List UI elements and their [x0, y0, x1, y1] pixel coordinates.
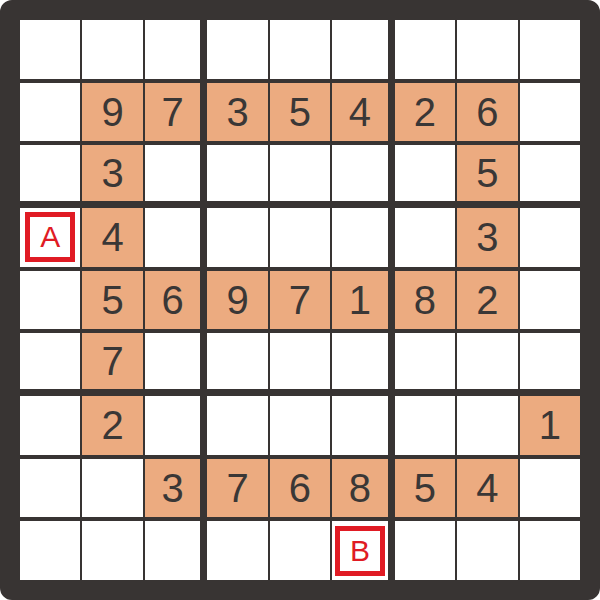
cell-r9c4[interactable] — [207, 521, 267, 580]
cell-r8c4[interactable]: 7 — [207, 459, 267, 518]
given-digit: 2 — [414, 92, 436, 132]
given-digit: 3 — [226, 92, 248, 132]
given-digit: 2 — [476, 280, 498, 320]
cell-r3c9[interactable] — [520, 145, 580, 204]
cell-r3c5[interactable] — [270, 145, 330, 204]
cell-r9c3[interactable] — [145, 521, 205, 580]
cell-r7c8[interactable] — [457, 396, 517, 455]
cell-r6c3[interactable] — [145, 333, 205, 392]
cell-r8c8[interactable]: 4 — [457, 459, 517, 518]
cell-r2c4[interactable]: 3 — [207, 83, 267, 142]
given-digit: 5 — [414, 468, 436, 508]
cell-r1c1[interactable] — [20, 20, 80, 79]
cell-r3c6[interactable] — [332, 145, 392, 204]
cell-r5c4[interactable]: 9 — [207, 271, 267, 330]
given-digit: 4 — [102, 217, 124, 257]
cell-r8c5[interactable]: 6 — [270, 459, 330, 518]
given-digit: 4 — [476, 468, 498, 508]
cell-r4c7[interactable] — [395, 208, 455, 267]
given-digit: 8 — [349, 468, 371, 508]
cell-r3c4[interactable] — [207, 145, 267, 204]
cell-r1c9[interactable] — [520, 20, 580, 79]
cell-r1c8[interactable] — [457, 20, 517, 79]
cell-r4c3[interactable] — [145, 208, 205, 267]
given-digit: 6 — [289, 468, 311, 508]
cell-r5c9[interactable] — [520, 271, 580, 330]
cell-r3c3[interactable] — [145, 145, 205, 204]
cell-r7c2[interactable]: 2 — [82, 396, 142, 455]
cell-r5c6[interactable]: 1 — [332, 271, 392, 330]
given-digit: 4 — [349, 92, 371, 132]
given-digit: 1 — [349, 280, 371, 320]
marker-b-label: B — [350, 536, 370, 566]
cell-r8c3[interactable]: 3 — [145, 459, 205, 518]
cell-r8c2[interactable] — [82, 459, 142, 518]
cell-r3c2[interactable]: 3 — [82, 145, 142, 204]
cell-r6c1[interactable] — [20, 333, 80, 392]
sudoku-board: 973542635A435697182721376854B — [20, 20, 580, 580]
cell-r4c2[interactable]: 4 — [82, 208, 142, 267]
cell-r6c6[interactable] — [332, 333, 392, 392]
cell-r5c2[interactable]: 5 — [82, 271, 142, 330]
given-digit: 5 — [289, 92, 311, 132]
cell-r3c1[interactable] — [20, 145, 80, 204]
cell-r1c5[interactable] — [270, 20, 330, 79]
cell-r9c8[interactable] — [457, 521, 517, 580]
cell-r6c8[interactable] — [457, 333, 517, 392]
cell-r2c1[interactable] — [20, 83, 80, 142]
given-digit: 6 — [476, 92, 498, 132]
cell-r7c3[interactable] — [145, 396, 205, 455]
cell-r9c1[interactable] — [20, 521, 80, 580]
cell-r4c8[interactable]: 3 — [457, 208, 517, 267]
cell-r4c4[interactable] — [207, 208, 267, 267]
given-digit: 9 — [102, 92, 124, 132]
cell-r1c2[interactable] — [82, 20, 142, 79]
given-digit: 3 — [476, 217, 498, 257]
cell-r8c6[interactable]: 8 — [332, 459, 392, 518]
cell-r7c7[interactable] — [395, 396, 455, 455]
cell-r5c7[interactable]: 8 — [395, 271, 455, 330]
cell-r2c7[interactable]: 2 — [395, 83, 455, 142]
cell-r7c6[interactable] — [332, 396, 392, 455]
cell-r6c7[interactable] — [395, 333, 455, 392]
given-digit: 6 — [161, 280, 183, 320]
marker-b-box: B — [335, 526, 385, 576]
cell-r7c4[interactable] — [207, 396, 267, 455]
cell-r9c5[interactable] — [270, 521, 330, 580]
given-digit: 3 — [161, 468, 183, 508]
cell-r2c5[interactable]: 5 — [270, 83, 330, 142]
given-digit: 8 — [414, 280, 436, 320]
cell-r1c4[interactable] — [207, 20, 267, 79]
given-digit: 7 — [289, 280, 311, 320]
cell-r9c6[interactable]: B — [332, 521, 392, 580]
cell-r7c5[interactable] — [270, 396, 330, 455]
cell-r7c1[interactable] — [20, 396, 80, 455]
given-digit: 5 — [102, 280, 124, 320]
sudoku-screenshot: 973542635A435697182721376854B — [0, 0, 600, 600]
cell-r6c4[interactable] — [207, 333, 267, 392]
cell-r5c5[interactable]: 7 — [270, 271, 330, 330]
cell-r2c2[interactable]: 9 — [82, 83, 142, 142]
cell-r5c8[interactable]: 2 — [457, 271, 517, 330]
cell-r1c3[interactable] — [145, 20, 205, 79]
given-digit: 7 — [102, 341, 124, 381]
cell-r6c5[interactable] — [270, 333, 330, 392]
cell-r4c9[interactable] — [520, 208, 580, 267]
cell-r6c9[interactable] — [520, 333, 580, 392]
cell-r2c8[interactable]: 6 — [457, 83, 517, 142]
cell-r8c1[interactable] — [20, 459, 80, 518]
cell-r7c9[interactable]: 1 — [520, 396, 580, 455]
marker-a-box: A — [25, 212, 75, 262]
given-digit: 2 — [102, 405, 124, 445]
cell-r1c6[interactable] — [332, 20, 392, 79]
cell-r3c7[interactable] — [395, 145, 455, 204]
given-digit: 5 — [476, 153, 498, 193]
marker-a-label: A — [40, 222, 60, 252]
given-digit: 3 — [102, 153, 124, 193]
cell-r1c7[interactable] — [395, 20, 455, 79]
cell-r3c8[interactable]: 5 — [457, 145, 517, 204]
given-digit: 7 — [226, 468, 248, 508]
given-digit: 9 — [226, 280, 248, 320]
cell-r8c7[interactable]: 5 — [395, 459, 455, 518]
cell-r9c9[interactable] — [520, 521, 580, 580]
cell-r4c6[interactable] — [332, 208, 392, 267]
cell-r2c3[interactable]: 7 — [145, 83, 205, 142]
cell-r5c1[interactable] — [20, 271, 80, 330]
given-digit: 7 — [161, 92, 183, 132]
cell-r4c1[interactable]: A — [20, 208, 80, 267]
board-frame: 973542635A435697182721376854B — [0, 0, 600, 600]
cell-r5c3[interactable]: 6 — [145, 271, 205, 330]
cell-r9c2[interactable] — [82, 521, 142, 580]
given-digit: 1 — [539, 405, 561, 445]
cell-r4c5[interactable] — [270, 208, 330, 267]
cell-r9c7[interactable] — [395, 521, 455, 580]
cell-r2c9[interactable] — [520, 83, 580, 142]
cell-r8c9[interactable] — [520, 459, 580, 518]
cell-r2c6[interactable]: 4 — [332, 83, 392, 142]
cell-r6c2[interactable]: 7 — [82, 333, 142, 392]
